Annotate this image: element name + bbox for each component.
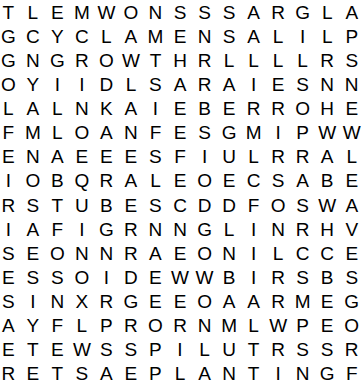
grid-cell[interactable]: S bbox=[192, 121, 217, 145]
grid-cell[interactable]: N bbox=[192, 314, 217, 338]
grid-cell[interactable]: R bbox=[94, 290, 119, 314]
grid-cell[interactable]: I bbox=[0, 217, 21, 241]
grid-cell[interactable]: N bbox=[21, 145, 46, 169]
grid-cell[interactable]: C bbox=[290, 241, 315, 265]
grid-cell[interactable]: A bbox=[217, 290, 242, 314]
grid-cell[interactable]: R bbox=[266, 265, 291, 289]
grid-cell[interactable]: V bbox=[339, 217, 363, 241]
grid-cell[interactable]: A bbox=[45, 145, 70, 169]
grid-cell[interactable]: O bbox=[192, 169, 217, 193]
grid-cell[interactable]: E bbox=[143, 265, 168, 289]
grid-cell[interactable]: G bbox=[45, 48, 70, 72]
grid-cell[interactable]: E bbox=[21, 362, 46, 386]
grid-cell[interactable]: R bbox=[119, 241, 144, 265]
grid-cell[interactable]: A bbox=[119, 97, 144, 121]
grid-cell[interactable]: O bbox=[70, 265, 95, 289]
grid-cell[interactable]: G bbox=[217, 121, 242, 145]
grid-cell[interactable]: E bbox=[45, 0, 70, 24]
grid-cell[interactable]: N bbox=[143, 0, 168, 24]
grid-cell[interactable]: H bbox=[168, 48, 193, 72]
grid-cell[interactable]: W bbox=[94, 0, 119, 24]
grid-cell[interactable]: A bbox=[94, 362, 119, 386]
grid-cell[interactable]: E bbox=[143, 290, 168, 314]
grid-cell[interactable]: D bbox=[94, 72, 119, 96]
grid-cell[interactable]: W bbox=[192, 265, 217, 289]
grid-cell[interactable]: A bbox=[0, 314, 21, 338]
grid-cell[interactable]: R bbox=[119, 217, 144, 241]
grid-cell[interactable]: G bbox=[339, 290, 363, 314]
grid-cell[interactable]: E bbox=[0, 265, 21, 289]
grid-cell[interactable]: R bbox=[241, 97, 266, 121]
grid-cell[interactable]: L bbox=[217, 48, 242, 72]
grid-cell[interactable]: O bbox=[45, 241, 70, 265]
grid-cell[interactable]: S bbox=[168, 0, 193, 24]
grid-cell[interactable]: P bbox=[290, 121, 315, 145]
grid-cell[interactable]: R bbox=[168, 314, 193, 338]
grid-cell[interactable]: D bbox=[192, 193, 217, 217]
grid-cell[interactable]: M bbox=[70, 0, 95, 24]
grid-cell[interactable]: A bbox=[21, 97, 46, 121]
grid-cell[interactable]: R bbox=[315, 48, 340, 72]
grid-cell[interactable]: O bbox=[21, 169, 46, 193]
grid-cell[interactable]: L bbox=[241, 145, 266, 169]
grid-cell[interactable]: E bbox=[119, 145, 144, 169]
grid-cell[interactable]: R bbox=[266, 0, 291, 24]
grid-cell[interactable]: E bbox=[0, 338, 21, 362]
grid-cell[interactable]: I bbox=[241, 241, 266, 265]
grid-cell[interactable]: N bbox=[70, 241, 95, 265]
grid-cell[interactable]: N bbox=[143, 217, 168, 241]
grid-cell[interactable]: Y bbox=[21, 72, 46, 96]
grid-cell[interactable]: S bbox=[217, 0, 242, 24]
grid-cell[interactable]: I bbox=[192, 145, 217, 169]
grid-cell[interactable]: L bbox=[45, 97, 70, 121]
grid-cell[interactable]: N bbox=[94, 241, 119, 265]
grid-cell[interactable]: L bbox=[0, 97, 21, 121]
grid-cell[interactable]: T bbox=[143, 48, 168, 72]
grid-cell[interactable]: L bbox=[45, 121, 70, 145]
grid-cell[interactable]: E bbox=[339, 97, 363, 121]
grid-cell[interactable]: W bbox=[339, 121, 363, 145]
grid-cell[interactable]: A bbox=[339, 193, 363, 217]
grid-cell[interactable]: N bbox=[315, 72, 340, 96]
grid-cell[interactable]: A bbox=[21, 217, 46, 241]
grid-cell[interactable]: A bbox=[339, 0, 363, 24]
grid-cell[interactable]: R bbox=[0, 362, 21, 386]
grid-cell[interactable]: R bbox=[290, 217, 315, 241]
grid-cell[interactable]: L bbox=[266, 24, 291, 48]
grid-cell[interactable]: L bbox=[241, 48, 266, 72]
grid-cell[interactable]: R bbox=[0, 193, 21, 217]
grid-cell[interactable]: A bbox=[241, 0, 266, 24]
grid-cell[interactable]: I bbox=[266, 121, 291, 145]
grid-cell[interactable]: A bbox=[217, 72, 242, 96]
grid-cell[interactable]: R bbox=[290, 145, 315, 169]
grid-cell[interactable]: G bbox=[290, 0, 315, 24]
grid-cell[interactable]: Q bbox=[70, 169, 95, 193]
grid-cell[interactable]: F bbox=[241, 193, 266, 217]
grid-cell[interactable]: W bbox=[315, 193, 340, 217]
grid-cell[interactable]: S bbox=[143, 145, 168, 169]
grid-cell[interactable]: N bbox=[266, 217, 291, 241]
grid-cell[interactable]: R bbox=[266, 290, 291, 314]
grid-cell[interactable]: A bbox=[241, 24, 266, 48]
grid-cell[interactable]: K bbox=[94, 97, 119, 121]
grid-cell[interactable]: O bbox=[192, 241, 217, 265]
grid-cell[interactable]: S bbox=[266, 169, 291, 193]
grid-cell[interactable]: A bbox=[168, 72, 193, 96]
grid-cell[interactable]: R bbox=[339, 338, 363, 362]
grid-cell[interactable]: M bbox=[21, 121, 46, 145]
grid-cell[interactable]: O bbox=[192, 290, 217, 314]
grid-cell[interactable]: N bbox=[21, 48, 46, 72]
grid-cell[interactable]: R bbox=[266, 338, 291, 362]
grid-cell[interactable]: P bbox=[290, 314, 315, 338]
grid-cell[interactable]: N bbox=[168, 217, 193, 241]
grid-cell[interactable]: E bbox=[45, 338, 70, 362]
grid-cell[interactable]: E bbox=[168, 169, 193, 193]
grid-cell[interactable]: T bbox=[45, 193, 70, 217]
grid-cell[interactable]: A bbox=[315, 145, 340, 169]
grid-cell[interactable]: O bbox=[0, 72, 21, 96]
grid-cell[interactable]: R bbox=[94, 169, 119, 193]
grid-cell[interactable]: P bbox=[339, 24, 363, 48]
grid-cell[interactable]: N bbox=[339, 72, 363, 96]
grid-cell[interactable]: A bbox=[143, 241, 168, 265]
grid-cell[interactable]: I bbox=[168, 338, 193, 362]
grid-cell[interactable]: R bbox=[119, 314, 144, 338]
grid-cell[interactable]: H bbox=[315, 217, 340, 241]
grid-cell[interactable]: S bbox=[0, 290, 21, 314]
grid-cell[interactable]: A bbox=[192, 362, 217, 386]
grid-cell[interactable]: G bbox=[94, 217, 119, 241]
grid-cell[interactable]: G bbox=[0, 24, 21, 48]
grid-cell[interactable]: S bbox=[45, 265, 70, 289]
grid-cell[interactable]: W bbox=[70, 338, 95, 362]
grid-cell[interactable]: R bbox=[266, 97, 291, 121]
grid-cell[interactable]: N bbox=[192, 24, 217, 48]
grid-cell[interactable]: N bbox=[290, 362, 315, 386]
grid-cell[interactable]: A bbox=[119, 24, 144, 48]
grid-cell[interactable]: A bbox=[290, 169, 315, 193]
grid-cell[interactable]: F bbox=[143, 121, 168, 145]
grid-cell[interactable]: E bbox=[119, 193, 144, 217]
grid-cell[interactable]: D bbox=[119, 265, 144, 289]
grid-cell[interactable]: U bbox=[217, 145, 242, 169]
grid-cell[interactable]: R bbox=[266, 145, 291, 169]
grid-cell[interactable]: I bbox=[241, 217, 266, 241]
grid-cell[interactable]: F bbox=[168, 145, 193, 169]
grid-cell[interactable]: S bbox=[339, 265, 363, 289]
grid-cell[interactable]: U bbox=[217, 338, 242, 362]
grid-cell[interactable]: E bbox=[21, 241, 46, 265]
grid-cell[interactable]: L bbox=[94, 24, 119, 48]
grid-cell[interactable]: E bbox=[339, 169, 363, 193]
grid-cell[interactable]: G bbox=[0, 48, 21, 72]
grid-cell[interactable]: C bbox=[70, 24, 95, 48]
grid-cell[interactable]: L bbox=[192, 338, 217, 362]
grid-cell[interactable]: M bbox=[217, 314, 242, 338]
grid-cell[interactable]: L bbox=[339, 145, 363, 169]
grid-cell[interactable]: I bbox=[70, 217, 95, 241]
grid-cell[interactable]: H bbox=[315, 97, 340, 121]
grid-cell[interactable]: B bbox=[315, 169, 340, 193]
grid-cell[interactable]: S bbox=[119, 338, 144, 362]
grid-cell[interactable]: N bbox=[217, 362, 242, 386]
grid-cell[interactable]: S bbox=[315, 338, 340, 362]
grid-cell[interactable]: L bbox=[241, 314, 266, 338]
grid-cell[interactable]: L bbox=[290, 48, 315, 72]
grid-cell[interactable]: S bbox=[0, 241, 21, 265]
grid-cell[interactable]: E bbox=[315, 290, 340, 314]
grid-cell[interactable]: S bbox=[70, 362, 95, 386]
grid-cell[interactable]: E bbox=[168, 290, 193, 314]
grid-cell[interactable]: S bbox=[192, 0, 217, 24]
grid-cell[interactable]: T bbox=[241, 338, 266, 362]
grid-cell[interactable]: S bbox=[143, 193, 168, 217]
grid-cell[interactable]: F bbox=[339, 362, 363, 386]
grid-cell[interactable]: X bbox=[70, 290, 95, 314]
grid-cell[interactable]: E bbox=[168, 97, 193, 121]
grid-cell[interactable]: M bbox=[290, 290, 315, 314]
grid-cell[interactable]: S bbox=[290, 265, 315, 289]
grid-cell[interactable]: A bbox=[241, 290, 266, 314]
grid-cell[interactable]: D bbox=[217, 193, 242, 217]
grid-cell[interactable]: B bbox=[315, 265, 340, 289]
grid-cell[interactable]: B bbox=[192, 97, 217, 121]
grid-cell[interactable]: S bbox=[217, 24, 242, 48]
grid-cell[interactable]: L bbox=[217, 217, 242, 241]
grid-cell[interactable]: O bbox=[339, 314, 363, 338]
grid-cell[interactable]: O bbox=[143, 314, 168, 338]
grid-cell[interactable]: E bbox=[168, 24, 193, 48]
grid-cell[interactable]: T bbox=[241, 362, 266, 386]
grid-cell[interactable]: S bbox=[290, 193, 315, 217]
grid-cell[interactable]: T bbox=[45, 362, 70, 386]
grid-cell[interactable]: P bbox=[143, 362, 168, 386]
grid-cell[interactable]: C bbox=[168, 193, 193, 217]
grid-cell[interactable]: I bbox=[70, 72, 95, 96]
grid-cell[interactable]: F bbox=[0, 121, 21, 145]
grid-cell[interactable]: I bbox=[266, 362, 291, 386]
grid-cell[interactable]: L bbox=[168, 362, 193, 386]
grid-cell[interactable]: I bbox=[0, 169, 21, 193]
grid-cell[interactable]: E bbox=[70, 145, 95, 169]
grid-cell[interactable]: R bbox=[192, 48, 217, 72]
grid-cell[interactable]: B bbox=[217, 265, 242, 289]
grid-cell[interactable]: I bbox=[290, 24, 315, 48]
grid-cell[interactable]: W bbox=[266, 314, 291, 338]
grid-cell[interactable]: N bbox=[70, 97, 95, 121]
grid-cell[interactable]: I bbox=[143, 97, 168, 121]
grid-cell[interactable]: S bbox=[21, 193, 46, 217]
grid-cell[interactable]: C bbox=[21, 24, 46, 48]
grid-cell[interactable]: U bbox=[70, 193, 95, 217]
grid-cell[interactable]: W bbox=[168, 265, 193, 289]
grid-cell[interactable]: E bbox=[266, 72, 291, 96]
grid-cell[interactable]: L bbox=[315, 24, 340, 48]
grid-cell[interactable]: L bbox=[119, 72, 144, 96]
grid-cell[interactable]: I bbox=[241, 265, 266, 289]
grid-cell[interactable]: L bbox=[70, 314, 95, 338]
grid-cell[interactable]: E bbox=[94, 145, 119, 169]
grid-cell[interactable]: I bbox=[241, 72, 266, 96]
grid-cell[interactable]: E bbox=[217, 169, 242, 193]
grid-cell[interactable]: E bbox=[168, 121, 193, 145]
grid-cell[interactable]: L bbox=[266, 48, 291, 72]
grid-cell[interactable]: M bbox=[241, 121, 266, 145]
grid-cell[interactable]: S bbox=[290, 72, 315, 96]
grid-cell[interactable]: W bbox=[119, 48, 144, 72]
grid-cell[interactable]: B bbox=[94, 193, 119, 217]
grid-cell[interactable]: R bbox=[70, 48, 95, 72]
grid-cell[interactable]: O bbox=[119, 0, 144, 24]
grid-cell[interactable]: L bbox=[21, 0, 46, 24]
grid-cell[interactable]: I bbox=[94, 265, 119, 289]
grid-cell[interactable]: N bbox=[119, 121, 144, 145]
grid-cell[interactable]: O bbox=[70, 121, 95, 145]
grid-cell[interactable]: T bbox=[21, 338, 46, 362]
grid-cell[interactable]: C bbox=[315, 241, 340, 265]
grid-cell[interactable]: E bbox=[0, 145, 21, 169]
word-search-grid: TLEMWONSSSARGLAGCYCLAMENSALILPGNGROWTHRL… bbox=[0, 0, 363, 386]
grid-cell[interactable]: Y bbox=[45, 24, 70, 48]
grid-cell[interactable]: S bbox=[94, 338, 119, 362]
grid-cell[interactable]: C bbox=[241, 169, 266, 193]
grid-cell[interactable]: S bbox=[143, 72, 168, 96]
grid-cell[interactable]: M bbox=[143, 24, 168, 48]
grid-cell[interactable]: P bbox=[94, 314, 119, 338]
grid-cell[interactable]: I bbox=[45, 72, 70, 96]
grid-cell[interactable]: S bbox=[21, 265, 46, 289]
grid-cell[interactable]: N bbox=[217, 241, 242, 265]
grid-cell[interactable]: A bbox=[119, 169, 144, 193]
grid-cell[interactable]: E bbox=[315, 314, 340, 338]
grid-cell[interactable]: G bbox=[192, 217, 217, 241]
grid-cell[interactable]: O bbox=[266, 193, 291, 217]
grid-cell[interactable]: S bbox=[290, 338, 315, 362]
grid-cell[interactable]: P bbox=[143, 338, 168, 362]
grid-cell[interactable]: B bbox=[45, 169, 70, 193]
grid-cell[interactable]: L bbox=[315, 0, 340, 24]
grid-cell[interactable]: I bbox=[21, 290, 46, 314]
grid-cell[interactable]: G bbox=[315, 362, 340, 386]
grid-cell[interactable]: F bbox=[45, 217, 70, 241]
grid-cell[interactable]: G bbox=[119, 290, 144, 314]
grid-cell[interactable]: Y bbox=[21, 314, 46, 338]
grid-cell[interactable]: E bbox=[339, 241, 363, 265]
grid-cell[interactable]: T bbox=[0, 0, 21, 24]
grid-cell[interactable]: E bbox=[119, 362, 144, 386]
grid-cell[interactable]: L bbox=[143, 169, 168, 193]
grid-cell[interactable]: F bbox=[45, 314, 70, 338]
grid-cell[interactable]: O bbox=[290, 97, 315, 121]
grid-cell[interactable]: R bbox=[192, 72, 217, 96]
grid-cell[interactable]: E bbox=[168, 241, 193, 265]
grid-cell[interactable]: A bbox=[94, 121, 119, 145]
grid-cell[interactable]: N bbox=[45, 290, 70, 314]
grid-cell[interactable]: W bbox=[315, 121, 340, 145]
grid-cell[interactable]: S bbox=[339, 48, 363, 72]
grid-cell[interactable]: O bbox=[94, 48, 119, 72]
grid-cell[interactable]: E bbox=[217, 97, 242, 121]
grid-cell[interactable]: L bbox=[266, 241, 291, 265]
